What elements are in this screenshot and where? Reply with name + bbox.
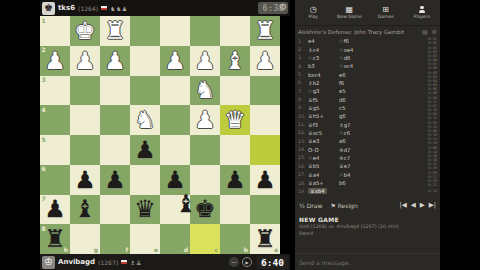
black-rook[interactable]: ♜ (40, 224, 70, 254)
file-label: e (154, 247, 158, 253)
move-number: 16. (298, 164, 308, 169)
white-move[interactable]: O-O (308, 147, 339, 153)
top-player-avatar[interactable]: ♚ (42, 2, 55, 15)
white-move[interactable]: ♘g3 (308, 88, 339, 94)
move-number: 17. (298, 172, 308, 177)
black-move[interactable]: f6 (339, 80, 412, 86)
white-pawn[interactable]: ♟ (40, 46, 70, 76)
white-move[interactable]: bxc4 (308, 72, 339, 78)
move-times: 0:130:21 (412, 179, 437, 187)
move-times: 0:010:06 (412, 62, 437, 70)
white-move[interactable]: e4 (308, 38, 339, 44)
move-row: 1.e4♘f60:010:02 (295, 37, 440, 45)
file-label: c (214, 247, 218, 253)
square-h3[interactable]: 3 (40, 76, 70, 106)
book-icon[interactable]: ▤ (422, 28, 428, 35)
square-d5[interactable] (160, 135, 190, 165)
square-a7[interactable] (250, 195, 280, 225)
square-c5[interactable] (190, 135, 220, 165)
white-move[interactable]: ♗b2 (308, 80, 339, 86)
move-row: 18.♕a5+b60:130:21 (295, 179, 440, 187)
square-b4[interactable]: ♛ (220, 105, 250, 135)
top-player-rating: (1264) (78, 5, 98, 12)
bottom-player-captured-pieces: ♗♙ (130, 259, 142, 266)
square-a4[interactable] (250, 105, 280, 135)
move-number: 12. (298, 130, 308, 135)
square-d2[interactable]: ♟ (160, 46, 190, 76)
white-queen[interactable]: ♛ (220, 105, 250, 135)
white-move[interactable]: ♘c3 (308, 55, 339, 61)
board-icon: ▦ (346, 5, 354, 14)
square-e8[interactable]: e (130, 224, 160, 254)
white-pawn[interactable]: ♟ (190, 46, 220, 76)
top-player-name: tks6 (58, 4, 75, 12)
move-number: 6. (298, 80, 308, 85)
move-times: 0:100:16 (412, 154, 437, 162)
rank-label: 5 (42, 137, 46, 143)
black-move[interactable]: e6 (339, 72, 412, 78)
square-b2[interactable]: ♝ (220, 46, 250, 76)
square-a5[interactable] (250, 135, 280, 165)
square-e1[interactable] (130, 16, 160, 46)
square-f8[interactable]: f (100, 224, 130, 254)
new-game-section: NEW GAME tks6 (1264) vs. Anvibagd (1267)… (299, 216, 436, 237)
square-f4[interactable] (100, 105, 130, 135)
white-rook[interactable]: ♜ (250, 16, 280, 46)
bottom-player-name: Anvibagd (58, 258, 95, 266)
square-e7[interactable]: ♛ (130, 195, 160, 225)
square-g2[interactable]: ♟ (70, 46, 100, 76)
black-move[interactable]: b6 (339, 180, 412, 186)
move-times: 0:090:15 (412, 121, 437, 129)
black-move[interactable]: ♘f6 (339, 38, 412, 44)
rank-label: 1 (42, 18, 46, 24)
square-c8[interactable]: c (190, 224, 220, 254)
square-e5[interactable]: ♟ (130, 135, 160, 165)
prev-move-button[interactable]: ◀ (411, 201, 416, 209)
move-number: 13. (298, 139, 308, 144)
black-pawn[interactable]: ♟ (220, 165, 250, 195)
square-b8[interactable]: b (220, 224, 250, 254)
move-row: 6.♗b2f60:040:09 (295, 79, 440, 87)
white-knight[interactable]: ♞ (130, 105, 160, 135)
move-times: 0:010:03 (412, 46, 437, 54)
resign-button[interactable]: ⚑ Resign (330, 202, 357, 209)
bottom-player-clock: 6:40 (257, 256, 288, 269)
black-move[interactable]: ♘c6 (339, 130, 412, 136)
move-number: 1. (298, 39, 308, 44)
move-row: 14.O-O♔d70:080:14 (295, 145, 440, 153)
square-f2[interactable]: ♟ (100, 46, 130, 76)
square-c3[interactable]: ♞ (190, 76, 220, 106)
board-settings-gear-icon[interactable]: ⚙ (279, 2, 287, 12)
square-f7[interactable] (100, 195, 130, 225)
opening-name: Alekhine's Defense: John Tracy Gambit (298, 29, 404, 35)
move-times: 0:010:02 (412, 37, 437, 45)
next-move-button[interactable]: ▶ (420, 201, 425, 209)
move-times: 0:040:12 (412, 112, 437, 120)
white-pawn[interactable]: ♟ (100, 46, 130, 76)
square-f6[interactable]: ♟ (100, 165, 130, 195)
square-b6[interactable]: ♟ (220, 165, 250, 195)
black-bishop: ♝ (171, 189, 201, 219)
move-number: 7. (298, 89, 308, 94)
square-g8[interactable]: g (70, 224, 100, 254)
white-pawn[interactable]: ♟ (190, 105, 220, 135)
square-h2[interactable]: 2♟ (40, 46, 70, 76)
move-times: 0:120:19 (412, 162, 437, 170)
move-row: 10.♕h5+g60:040:12 (295, 112, 440, 120)
top-player-captured-pieces: ♞♞♟ (110, 5, 128, 12)
rank-label: 3 (42, 77, 46, 83)
move-row: 2.♗c4♘xe40:010:03 (295, 45, 440, 53)
move-row: 8.♕f5d60:050:11 (295, 95, 440, 103)
white-move[interactable]: ♕xc5 (308, 130, 339, 136)
first-move-button[interactable]: |◀ (400, 201, 407, 209)
square-f3[interactable] (100, 76, 130, 106)
white-rook[interactable]: ♜ (100, 16, 130, 46)
square-h7[interactable]: 7♟ (40, 195, 70, 225)
black-pawn[interactable]: ♟ (40, 195, 70, 225)
square-g4[interactable] (70, 105, 100, 135)
move-number: 19. (298, 189, 308, 194)
move-times: 0:020:04 (412, 54, 437, 62)
square-c1[interactable] (190, 16, 220, 46)
white-move[interactable]: ♕xb4 (308, 188, 339, 194)
move-row: 5.bxc4e60:030:05 (295, 70, 440, 78)
white-move[interactable]: ♕a4 (308, 172, 339, 178)
square-b3[interactable] (220, 76, 250, 106)
move-number: 3. (298, 55, 308, 60)
game-actions: ½ Draw ⚑ Resign |◀ ◀ ▶ ▶| (299, 199, 436, 211)
black-piece-avatar-icon: ♚ (44, 3, 53, 13)
move-number: 9. (298, 105, 308, 110)
file-label: g (94, 247, 98, 253)
black-pawn[interactable]: ♟ (100, 165, 130, 195)
move-times: 0:15 (412, 189, 437, 193)
top-player-flag-icon (101, 6, 107, 10)
white-bishop[interactable]: ♝ (220, 46, 250, 76)
square-g1[interactable]: ♚ (70, 16, 100, 46)
square-b5[interactable] (220, 135, 250, 165)
bottom-player-flag-icon (121, 260, 127, 264)
black-move[interactable]: ♕e7 (339, 163, 412, 169)
move-row: 11.♕f3♗g70:090:15 (295, 120, 440, 128)
square-d8[interactable]: d (160, 224, 190, 254)
tab-new-game[interactable]: ▦ New Game (331, 5, 367, 20)
black-move[interactable]: e5 (339, 88, 412, 94)
move-times: 0:060:13 (412, 129, 437, 137)
move-row: 7.♘g3e50:060:08 (295, 87, 440, 95)
side-panel: ◷ Play ▦ New Game ⊞ Games Players Alekhi… (295, 0, 440, 270)
square-e6[interactable] (130, 165, 160, 195)
move-row: 13.♕e3a60:110:18 (295, 137, 440, 145)
move-number: 18. (298, 181, 308, 186)
white-move[interactable]: ♘e4 (308, 155, 339, 161)
black-move[interactable]: ♘xc4 (339, 63, 412, 69)
square-g3[interactable] (70, 76, 100, 106)
rank-label: 4 (42, 107, 46, 113)
move-times: 0:090:17 (412, 171, 437, 179)
black-pawn[interactable]: ♟ (250, 165, 280, 195)
chat-input-placeholder[interactable]: Send a message. (299, 259, 350, 266)
black-move[interactable]: ♗g7 (339, 122, 412, 128)
white-piece-avatar-icon: ♔ (44, 257, 53, 267)
black-move[interactable]: ♘b4 (339, 172, 412, 178)
white-king[interactable]: ♚ (70, 16, 100, 46)
move-row: 19.♕xb40:15 (295, 187, 440, 195)
tab-games[interactable]: ⊞ Games (368, 5, 404, 20)
top-player-bar: ♚ tks6 (1264) ♞♞♟ 6:38 (40, 0, 290, 16)
new-game-mode: Rated (299, 231, 436, 237)
black-move[interactable]: ♘d6 (339, 55, 412, 61)
analysis-button[interactable]: ▶ (242, 257, 252, 267)
settings-icon[interactable]: ⚙ (432, 28, 437, 35)
chess-board[interactable]: 1♚♜♜2♟♟♟♟♟♝♟3♞4♞♟♛5♟6♟♟♟♟♟7♟♝♛♚8h♜gfedcb… (40, 16, 280, 254)
move-row: 16.♕b5♕e70:120:19 (295, 162, 440, 170)
black-pawn[interactable]: ♟ (70, 165, 100, 195)
white-move[interactable]: ♕a5+ (308, 180, 339, 186)
animating-black-bishop[interactable]: ♝ (171, 189, 201, 219)
file-label: d (184, 247, 188, 253)
file-label: b (244, 247, 248, 253)
square-f5[interactable] (100, 135, 130, 165)
person-icon (418, 5, 425, 14)
black-pawn[interactable]: ♟ (130, 135, 160, 165)
move-number: 4. (298, 64, 308, 69)
square-e2[interactable] (130, 46, 160, 76)
black-move[interactable]: d6 (339, 97, 412, 103)
square-g5[interactable] (70, 135, 100, 165)
square-d4[interactable] (160, 105, 190, 135)
move-row: 15.♘e4♔c70:100:16 (295, 154, 440, 162)
move-number: 8. (298, 97, 308, 102)
black-queen[interactable]: ♛ (130, 195, 160, 225)
tab-play[interactable]: ◷ Play (295, 5, 331, 20)
move-times: 0:050:11 (412, 96, 437, 104)
square-h1[interactable]: 1 (40, 16, 70, 46)
square-c4[interactable]: ♟ (190, 105, 220, 135)
square-b7[interactable] (220, 195, 250, 225)
white-move[interactable]: b3 (308, 63, 339, 69)
black-move[interactable]: c5 (339, 105, 412, 111)
square-g6[interactable]: ♟ (70, 165, 100, 195)
move-times: 0:060:08 (412, 87, 437, 95)
move-navigation: |◀ ◀ ▶ ▶| (400, 201, 436, 209)
square-d3[interactable] (160, 76, 190, 106)
black-move[interactable]: ♘xe4 (339, 47, 412, 53)
square-e4[interactable]: ♞ (130, 105, 160, 135)
panel-divider (295, 253, 440, 254)
square-h4[interactable]: 4 (40, 105, 70, 135)
clock-icon: ◷ (310, 5, 317, 14)
grid-icon: ⊞ (382, 5, 389, 14)
white-move[interactable]: ♕f5 (308, 97, 339, 103)
square-b1[interactable] (220, 16, 250, 46)
bottom-player-avatar[interactable]: ♔ (42, 256, 55, 269)
white-move[interactable]: ♕e3 (308, 138, 339, 144)
white-move[interactable]: ♕f3 (308, 122, 339, 128)
square-e3[interactable] (130, 76, 160, 106)
white-pawn[interactable]: ♟ (160, 46, 190, 76)
move-number: 2. (298, 47, 308, 52)
square-c2[interactable]: ♟ (190, 46, 220, 76)
black-move[interactable]: ♔d7 (339, 147, 412, 153)
white-move[interactable]: ♕b5 (308, 163, 339, 169)
white-move[interactable]: ♗c4 (308, 47, 339, 53)
move-times: 0:070:10 (412, 104, 437, 112)
move-row: 17.♕a4♘b40:090:17 (295, 171, 440, 179)
new-game-players: tks6 (1264) vs. Anvibagd (1267) (10 min) (299, 224, 436, 230)
chat-menu-button[interactable]: — (229, 257, 239, 267)
new-game-title: NEW GAME (299, 216, 436, 223)
black-move[interactable]: g6 (339, 113, 412, 119)
square-a3[interactable] (250, 76, 280, 106)
move-number: 14. (298, 147, 308, 152)
square-f1[interactable]: ♜ (100, 16, 130, 46)
move-times: 0:110:18 (412, 137, 437, 145)
tab-bar: ◷ Play ▦ New Game ⊞ Games Players (295, 0, 440, 26)
square-h5[interactable]: 5 (40, 135, 70, 165)
white-pawn[interactable]: ♟ (250, 46, 280, 76)
bottom-player-rating: (1267) (98, 259, 118, 266)
black-rook[interactable]: ♜ (250, 224, 280, 254)
move-row: 9.♕g5c50:070:10 (295, 104, 440, 112)
white-move[interactable]: ♕h5+ (308, 113, 339, 119)
square-g7[interactable]: ♝ (70, 195, 100, 225)
white-pawn[interactable]: ♟ (70, 46, 100, 76)
black-move[interactable]: a6 (339, 138, 412, 144)
square-a8[interactable]: a♜ (250, 224, 280, 254)
draw-button[interactable]: ½ Draw (299, 202, 322, 209)
opening-row: Alekhine's Defense: John Tracy Gambit ▤ … (295, 26, 440, 37)
move-row: 3.♘c3♘d60:020:04 (295, 54, 440, 62)
square-a1[interactable]: ♜ (250, 16, 280, 46)
move-row: 12.♕xc5♘c60:060:13 (295, 129, 440, 137)
file-label: f (125, 247, 128, 253)
bottom-player-bar: ♔ Anvibagd (1267) ♗♙ — ▶ 6:40 (40, 254, 290, 270)
black-move[interactable]: ♔c7 (339, 155, 412, 161)
app-window: ♚ tks6 (1264) ♞♞♟ 6:38 ⚙ 1♚♜♜2♟♟♟♟♟♝♟3♞4… (0, 0, 480, 270)
last-move-button[interactable]: ▶| (429, 201, 436, 209)
white-knight[interactable]: ♞ (190, 76, 220, 106)
square-a2[interactable]: ♟ (250, 46, 280, 76)
square-d1[interactable] (160, 16, 190, 46)
move-row: 4.b3♘xc40:010:06 (295, 62, 440, 70)
move-number: 15. (298, 155, 308, 160)
white-move[interactable]: ♕g5 (308, 105, 339, 111)
move-times: 0:040:09 (412, 79, 437, 87)
move-number: 11. (298, 122, 308, 127)
move-times: 0:030:05 (412, 71, 437, 79)
move-number: 10. (298, 114, 308, 119)
square-h6[interactable]: 6 (40, 165, 70, 195)
square-a6[interactable]: ♟ (250, 165, 280, 195)
rank-label: 6 (42, 166, 46, 172)
move-list: 1.e4♘f60:010:022.♗c4♘xe40:010:033.♘c3♘d6… (295, 37, 440, 196)
move-number: 5. (298, 72, 308, 77)
black-bishop[interactable]: ♝ (70, 195, 100, 225)
square-h8[interactable]: 8h♜ (40, 224, 70, 254)
tab-players[interactable]: Players (404, 5, 440, 20)
move-times: 0:080:14 (412, 146, 437, 154)
